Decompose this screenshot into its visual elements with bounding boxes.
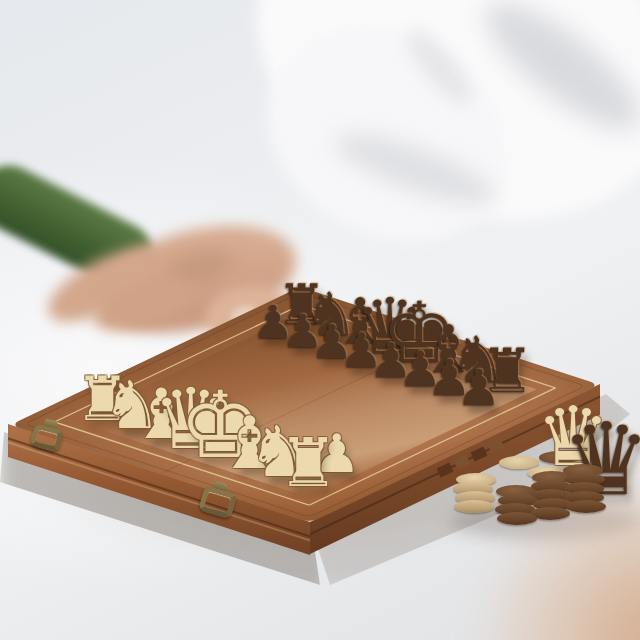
checker-disc-dark — [566, 500, 606, 513]
checker-disc-light — [454, 500, 494, 513]
piece-black-pawn-h7: ♟ — [457, 363, 502, 413]
checker-disc-dark — [497, 512, 537, 525]
product-photo-scene: ♜♞♝♛♚♝♞♜♟♟♟♟♟♟♟♟♟♜♞♝♛♚♝♞♜ ♛♛ — [0, 0, 640, 640]
piece-white-rook-h1: ♜ — [278, 430, 338, 497]
foreground-blur-object — [560, 540, 640, 640]
